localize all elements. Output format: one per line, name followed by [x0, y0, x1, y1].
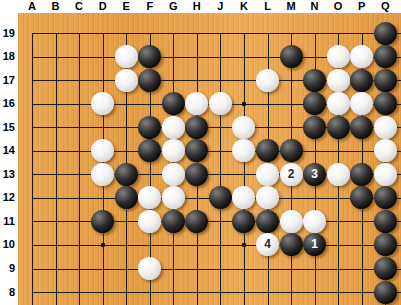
column-label-Q: Q — [377, 0, 393, 13]
stone-O18 — [327, 45, 350, 68]
stone-L11 — [256, 210, 279, 233]
stone-D13 — [91, 163, 114, 186]
stone-N17 — [303, 69, 326, 92]
row-label-10: 10 — [0, 238, 15, 251]
grid-line-row-9 — [32, 269, 401, 270]
column-label-O: O — [330, 0, 346, 13]
stone-G16 — [162, 92, 185, 115]
stone-K12 — [232, 186, 255, 209]
stone-H16 — [185, 92, 208, 115]
stone-K14 — [232, 139, 255, 162]
stone-Q14 — [374, 139, 397, 162]
stone-N16 — [303, 92, 326, 115]
grid-line-row-8 — [32, 292, 401, 293]
column-label-K: K — [236, 0, 252, 13]
stone-F11 — [138, 210, 161, 233]
stone-Q19 — [374, 22, 397, 45]
stone-G11 — [162, 210, 185, 233]
stone-N13-move-3: 3 — [303, 163, 326, 186]
stone-D16 — [91, 92, 114, 115]
stone-D11 — [91, 210, 114, 233]
stone-M11 — [280, 210, 303, 233]
stone-Q16 — [374, 92, 397, 115]
grid-line-row-14 — [32, 151, 401, 152]
grid-line-row-11 — [32, 221, 401, 222]
stone-Q10 — [374, 233, 397, 256]
column-label-F: F — [142, 0, 158, 13]
stone-H11 — [185, 210, 208, 233]
stone-P13 — [350, 163, 373, 186]
stone-J16 — [209, 92, 232, 115]
stone-L12 — [256, 186, 279, 209]
stone-L17 — [256, 69, 279, 92]
star-point-D10 — [101, 243, 105, 247]
stone-O17 — [327, 69, 350, 92]
grid-line-row-10 — [32, 245, 401, 246]
row-label-13: 13 — [0, 168, 15, 181]
stone-K11 — [232, 210, 255, 233]
column-label-G: G — [165, 0, 181, 13]
stone-N10-move-1: 1 — [303, 233, 326, 256]
stone-M18 — [280, 45, 303, 68]
grid-line-col-C — [79, 33, 80, 305]
stone-E13 — [115, 163, 138, 186]
stone-P18 — [350, 45, 373, 68]
stone-G12 — [162, 186, 185, 209]
column-label-M: M — [283, 0, 299, 13]
column-label-E: E — [118, 0, 134, 13]
column-label-B: B — [48, 0, 64, 13]
grid-line-col-A — [32, 33, 33, 305]
stone-F12 — [138, 186, 161, 209]
stone-K15 — [232, 116, 255, 139]
row-label-18: 18 — [0, 50, 15, 63]
grid-line-col-B — [56, 33, 57, 305]
column-label-P: P — [354, 0, 370, 13]
grid-line-row-19 — [32, 33, 401, 34]
stone-F14 — [138, 139, 161, 162]
column-label-J: J — [212, 0, 228, 13]
stone-F9 — [138, 257, 161, 280]
stone-M14 — [280, 139, 303, 162]
stone-H13 — [185, 163, 208, 186]
column-label-C: C — [71, 0, 87, 13]
stone-O15 — [327, 116, 350, 139]
stone-F18 — [138, 45, 161, 68]
row-label-14: 14 — [0, 144, 15, 157]
stone-M10 — [280, 233, 303, 256]
stone-P15 — [350, 116, 373, 139]
grid-line-col-K — [244, 33, 245, 305]
row-label-9: 9 — [0, 262, 15, 275]
stone-J12 — [209, 186, 232, 209]
stone-F15 — [138, 116, 161, 139]
star-point-K16 — [242, 102, 246, 106]
column-label-L: L — [260, 0, 276, 13]
stone-Q15 — [374, 116, 397, 139]
stone-Q9 — [374, 257, 397, 280]
stone-D14 — [91, 139, 114, 162]
grid-line-col-J — [220, 33, 221, 305]
stone-G15 — [162, 116, 185, 139]
go-board[interactable]: 2341 — [18, 13, 401, 305]
stone-Q13 — [374, 163, 397, 186]
stone-Q17 — [374, 69, 397, 92]
stone-L14 — [256, 139, 279, 162]
stone-H15 — [185, 116, 208, 139]
row-label-8: 8 — [0, 286, 15, 299]
row-label-16: 16 — [0, 97, 15, 110]
stone-L13 — [256, 163, 279, 186]
stone-O16 — [327, 92, 350, 115]
row-label-11: 11 — [0, 215, 15, 228]
stone-Q18 — [374, 45, 397, 68]
stone-P17 — [350, 69, 373, 92]
stone-Q12 — [374, 186, 397, 209]
row-label-19: 19 — [0, 27, 15, 40]
row-label-15: 15 — [0, 121, 15, 134]
row-label-17: 17 — [0, 74, 15, 87]
column-label-H: H — [189, 0, 205, 13]
row-label-12: 12 — [0, 191, 15, 204]
stone-P12 — [350, 186, 373, 209]
go-game-screenshot: 2341 ABCDEFGHJKLMNOPQ 191817161514131211… — [0, 0, 401, 305]
column-label-N: N — [307, 0, 323, 13]
stone-E17 — [115, 69, 138, 92]
stone-G14 — [162, 139, 185, 162]
stone-N11 — [303, 210, 326, 233]
stone-N15 — [303, 116, 326, 139]
stone-H14 — [185, 139, 208, 162]
stone-E12 — [115, 186, 138, 209]
stone-O13 — [327, 163, 350, 186]
stone-M13-move-2: 2 — [280, 163, 303, 186]
stone-Q11 — [374, 210, 397, 233]
stone-G13 — [162, 163, 185, 186]
column-label-A: A — [24, 0, 40, 13]
stone-Q8 — [374, 281, 397, 304]
stone-P16 — [350, 92, 373, 115]
stone-F17 — [138, 69, 161, 92]
stone-L10-move-4: 4 — [256, 233, 279, 256]
column-label-D: D — [95, 0, 111, 13]
stone-E18 — [115, 45, 138, 68]
star-point-K10 — [242, 243, 246, 247]
